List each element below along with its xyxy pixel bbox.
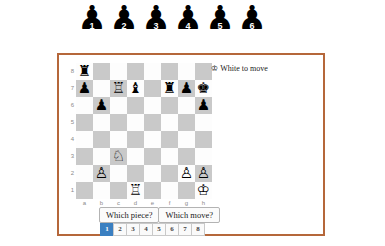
status-line: ♔White to move — [211, 64, 268, 73]
white-king-icon: ♔ — [211, 64, 218, 73]
square-d6 — [127, 97, 144, 114]
square-h2: ♙ — [195, 165, 212, 182]
rank-label-5: 5 — [67, 114, 75, 131]
rank-label-2: 2 — [67, 165, 75, 182]
square-e2 — [144, 165, 161, 182]
black-king-h7: ♚ — [195, 80, 212, 97]
file-labels: abcdefgh — [76, 199, 212, 207]
square-f1 — [161, 182, 178, 199]
white-pawn-g2: ♙ — [178, 165, 195, 182]
page: ♟1♟2♟3♟4♟5♟6 87654321 ♜♟♖♝♜♟♚♟♟♘♙♙♙♖♔ ab… — [0, 0, 385, 246]
square-g6 — [178, 97, 195, 114]
file-label-b: b — [93, 199, 110, 207]
square-a1 — [76, 182, 93, 199]
square-h1: ♔ — [195, 182, 212, 199]
square-c8 — [110, 63, 127, 80]
black-rook-f7: ♜ — [161, 80, 178, 97]
which-move-button[interactable]: Which move? — [158, 207, 219, 223]
square-c6 — [110, 97, 127, 114]
square-e5 — [144, 114, 161, 131]
square-c5 — [110, 114, 127, 131]
page-7[interactable]: 7 — [178, 223, 192, 236]
puzzle-tab-1[interactable]: ♟1 — [76, 2, 108, 33]
puzzle-tab-number: 3 — [140, 21, 172, 31]
square-g8 — [178, 63, 195, 80]
square-h5 — [195, 114, 212, 131]
square-h6: ♟ — [195, 97, 212, 114]
square-g1 — [178, 182, 195, 199]
square-g2: ♙ — [178, 165, 195, 182]
puzzle-tab-number: 4 — [172, 21, 204, 31]
file-label-g: g — [178, 199, 195, 207]
square-d8 — [127, 63, 144, 80]
square-a5 — [76, 114, 93, 131]
puzzle-tab-number: 1 — [76, 21, 108, 31]
white-pawn-b2: ♙ — [93, 165, 110, 182]
black-pawn-a7: ♟ — [76, 80, 93, 97]
square-a4 — [76, 131, 93, 148]
white-king-h1: ♔ — [195, 182, 212, 199]
page-1[interactable]: 1 — [100, 223, 114, 236]
square-c1 — [110, 182, 127, 199]
page-2[interactable]: 2 — [113, 223, 127, 236]
square-b7 — [93, 80, 110, 97]
square-b6: ♟ — [93, 97, 110, 114]
square-d7: ♝ — [127, 80, 144, 97]
square-d3 — [127, 148, 144, 165]
square-e3 — [144, 148, 161, 165]
square-b1 — [93, 182, 110, 199]
rank-label-6: 6 — [67, 97, 75, 114]
square-f2 — [161, 165, 178, 182]
square-a8: ♜ — [76, 63, 93, 80]
square-a6 — [76, 97, 93, 114]
rank-label-7: 7 — [67, 80, 75, 97]
page-3[interactable]: 3 — [126, 223, 140, 236]
file-label-a: a — [76, 199, 93, 207]
square-a2 — [76, 165, 93, 182]
status-text: White to move — [220, 64, 268, 73]
file-label-d: d — [127, 199, 144, 207]
square-b2: ♙ — [93, 165, 110, 182]
white-rook-d1: ♖ — [127, 182, 144, 199]
black-rook-a8: ♜ — [76, 63, 93, 80]
square-g5 — [178, 114, 195, 131]
puzzle-tab-5[interactable]: ♟5 — [204, 2, 236, 33]
square-b8 — [93, 63, 110, 80]
puzzle-tab-number: 6 — [236, 21, 268, 31]
page-8[interactable]: 8 — [191, 223, 205, 236]
square-b5 — [93, 114, 110, 131]
white-knight-c3: ♘ — [110, 148, 127, 165]
rank-label-3: 3 — [67, 148, 75, 165]
square-h3 — [195, 148, 212, 165]
square-f5 — [161, 114, 178, 131]
puzzle-tab-number: 2 — [108, 21, 140, 31]
square-c7: ♖ — [110, 80, 127, 97]
white-rook-c7: ♖ — [110, 80, 127, 97]
page-6[interactable]: 6 — [165, 223, 179, 236]
black-pawn-h6: ♟ — [195, 97, 212, 114]
file-label-c: c — [110, 199, 127, 207]
puzzle-card: 87654321 ♜♟♖♝♜♟♚♟♟♘♙♙♙♖♔ abcdefgh ♔White… — [57, 53, 325, 236]
square-c3: ♘ — [110, 148, 127, 165]
square-d1: ♖ — [127, 182, 144, 199]
page-4[interactable]: 4 — [139, 223, 153, 236]
square-g4 — [178, 131, 195, 148]
square-d5 — [127, 114, 144, 131]
file-label-e: e — [144, 199, 161, 207]
square-e7 — [144, 80, 161, 97]
which-piece-button[interactable]: Which piece? — [99, 207, 159, 223]
black-pawn-b6: ♟ — [93, 97, 110, 114]
square-h8 — [195, 63, 212, 80]
square-g3 — [178, 148, 195, 165]
puzzle-tab-3[interactable]: ♟3 — [140, 2, 172, 33]
square-e8 — [144, 63, 161, 80]
white-pawn-h2: ♙ — [195, 165, 212, 182]
file-label-f: f — [161, 199, 178, 207]
square-g7: ♟ — [178, 80, 195, 97]
puzzle-tab-4[interactable]: ♟4 — [172, 2, 204, 33]
square-a3 — [76, 148, 93, 165]
square-h4 — [195, 131, 212, 148]
square-f7: ♜ — [161, 80, 178, 97]
square-b4 — [93, 131, 110, 148]
file-label-h: h — [195, 199, 212, 207]
square-b3 — [93, 148, 110, 165]
square-f3 — [161, 148, 178, 165]
rank-label-4: 4 — [67, 131, 75, 148]
square-c2 — [110, 165, 127, 182]
black-bishop-d7: ♝ — [127, 80, 144, 97]
square-f8 — [161, 63, 178, 80]
square-d4 — [127, 131, 144, 148]
pagination: 12345678 — [100, 223, 205, 236]
quiz-buttons: Which piece? Which move? — [99, 207, 220, 223]
rank-label-1: 1 — [67, 182, 75, 199]
square-e6 — [144, 97, 161, 114]
square-h7: ♚ — [195, 80, 212, 97]
puzzle-tab-number: 5 — [204, 21, 236, 31]
square-a7: ♟ — [76, 80, 93, 97]
rank-label-8: 8 — [67, 63, 75, 80]
square-d2 — [127, 165, 144, 182]
puzzle-number-tabs: ♟1♟2♟3♟4♟5♟6 — [76, 2, 268, 33]
square-f4 — [161, 131, 178, 148]
puzzle-tab-2[interactable]: ♟2 — [108, 2, 140, 33]
square-c4 — [110, 131, 127, 148]
puzzle-tab-6[interactable]: ♟6 — [236, 2, 268, 33]
rank-labels: 87654321 — [67, 63, 75, 199]
page-5[interactable]: 5 — [152, 223, 166, 236]
chess-board: ♜♟♖♝♜♟♚♟♟♘♙♙♙♖♔ — [76, 63, 212, 199]
black-pawn-g7: ♟ — [178, 80, 195, 97]
square-e4 — [144, 131, 161, 148]
square-e1 — [144, 182, 161, 199]
square-f6 — [161, 97, 178, 114]
